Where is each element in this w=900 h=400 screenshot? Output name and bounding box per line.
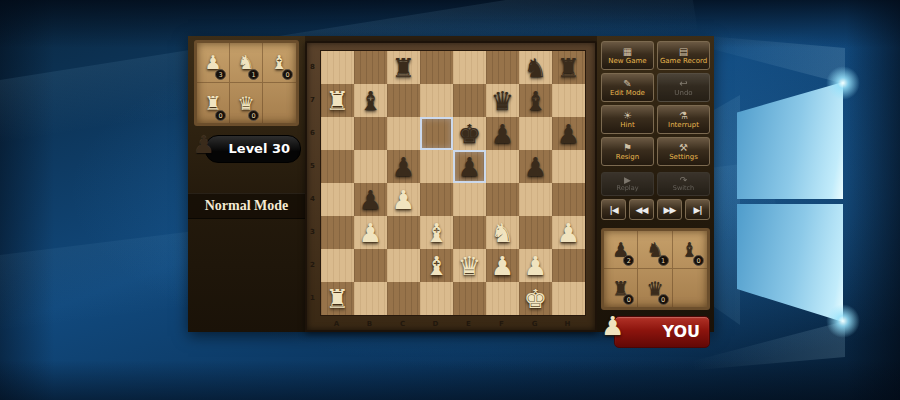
playback-button-row: |◀◀◀▶▶▶|: [601, 199, 710, 220]
square-b8[interactable]: [354, 51, 387, 84]
square-e1[interactable]: [453, 282, 486, 315]
black-pawn-icon: ♟: [193, 131, 215, 159]
white-queen-e2[interactable]: ♛: [458, 253, 481, 279]
hint-lamp-icon: ☀: [623, 111, 632, 121]
captured-black-pieces-tray: ♟2♞1♝0♜0♛0: [601, 228, 710, 310]
square-a8[interactable]: [321, 51, 354, 84]
step-forward-button[interactable]: ▶▶: [657, 199, 682, 220]
rank-labels: 87654321: [310, 50, 315, 314]
button-label: Undo: [674, 89, 692, 97]
replay-button: ▶Replay: [601, 172, 654, 196]
logo-corner-glow: [826, 304, 860, 338]
captured-rook-slot: ♜0: [197, 83, 230, 123]
black-bishop-b7[interactable]: ♝: [359, 88, 382, 114]
square-a1[interactable]: ♜: [321, 282, 354, 315]
settings-button[interactable]: ⚒Settings: [657, 137, 710, 166]
square-f3[interactable]: ♞: [486, 216, 519, 249]
square-g6[interactable]: [519, 117, 552, 150]
black-pawn-f6[interactable]: ♟: [491, 121, 514, 147]
square-f6[interactable]: ♟: [486, 117, 519, 150]
black-pawn-h6[interactable]: ♟: [557, 121, 580, 147]
file-label-h: H: [551, 320, 584, 328]
hint-button[interactable]: ☀Hint: [601, 105, 654, 134]
square-b5[interactable]: [354, 150, 387, 183]
rank-label-8: 8: [310, 50, 315, 83]
square-f7[interactable]: ♛: [486, 84, 519, 117]
button-label: Hint: [620, 121, 634, 129]
rank-label-7: 7: [310, 83, 315, 116]
square-d6[interactable]: [420, 117, 453, 150]
captured-knight-slot: ♞1: [230, 43, 263, 83]
white-pawn-icon: ♟: [601, 311, 624, 341]
square-a3[interactable]: [321, 216, 354, 249]
file-label-d: D: [419, 320, 452, 328]
square-e7[interactable]: [453, 84, 486, 117]
black-queen-f7[interactable]: ♛: [491, 88, 514, 114]
black-pawn-e5[interactable]: ♟: [458, 154, 481, 180]
square-d1[interactable]: [420, 282, 453, 315]
square-e2[interactable]: ♛: [453, 249, 486, 282]
black-pawn-b4[interactable]: ♟: [359, 187, 382, 213]
square-d7[interactable]: [420, 84, 453, 117]
button-label: Resign: [616, 153, 639, 161]
square-h2[interactable]: [552, 249, 585, 282]
square-f2[interactable]: ♟: [486, 249, 519, 282]
square-a7[interactable]: ♜: [321, 84, 354, 117]
mode-label: Normal Mode: [188, 193, 305, 219]
square-h3[interactable]: ♟: [552, 216, 585, 249]
captured-queen-slot: ♛0: [230, 83, 263, 123]
square-b3[interactable]: ♟: [354, 216, 387, 249]
square-c2[interactable]: [387, 249, 420, 282]
square-d8[interactable]: [420, 51, 453, 84]
square-d2[interactable]: ♝: [420, 249, 453, 282]
chess-app-window: ♟3♞1♝0♜0♛0 ♟ Level 30 Normal Mode 876543…: [188, 36, 714, 332]
rank-label-5: 5: [310, 149, 315, 182]
file-label-f: F: [485, 320, 518, 328]
square-h1[interactable]: [552, 282, 585, 315]
captured-count-badge: 0: [623, 294, 634, 305]
square-e5[interactable]: ♟: [453, 150, 486, 183]
edit-board-icon: ✎: [623, 79, 631, 89]
square-f8[interactable]: [486, 51, 519, 84]
settings-tools-icon: ⚒: [679, 143, 688, 153]
white-pawn-c4[interactable]: ♟: [392, 187, 415, 213]
edit-mode-button[interactable]: ✎Edit Mode: [601, 73, 654, 102]
captured-count-badge: 0: [693, 255, 704, 266]
file-label-b: B: [353, 320, 386, 328]
captured-bishop-slot: ♝0: [673, 231, 707, 269]
captured-count-badge: 0: [282, 69, 293, 80]
windows-logo-bottom-pane: [737, 204, 843, 322]
replay-button-row: ▶Replay↷Switch: [601, 172, 710, 196]
undo-button: ↩Undo: [657, 73, 710, 102]
player-badge: YOU: [614, 316, 710, 348]
square-d4[interactable]: [420, 183, 453, 216]
button-label: Replay: [617, 185, 639, 192]
interrupt-button[interactable]: ⚗Interrupt: [657, 105, 710, 134]
square-a5[interactable]: [321, 150, 354, 183]
level-badge: Level 30: [205, 135, 301, 163]
rank-label-4: 4: [310, 182, 315, 215]
button-label: Settings: [669, 153, 698, 161]
captured-queen-slot: ♛0: [638, 269, 672, 307]
captured-count-badge: 0: [658, 294, 669, 305]
square-c5[interactable]: ♟: [387, 150, 420, 183]
square-g5[interactable]: ♟: [519, 150, 552, 183]
square-b1[interactable]: [354, 282, 387, 315]
white-rook-a7[interactable]: ♜: [326, 88, 349, 114]
captured-count-badge: 1: [248, 69, 259, 80]
black-rook-h8[interactable]: ♜: [557, 55, 580, 81]
captured-bishop-slot: ♝0: [263, 43, 296, 83]
square-g2[interactable]: ♟: [519, 249, 552, 282]
captured-count-badge: 1: [658, 255, 669, 266]
square-d3[interactable]: ♝: [420, 216, 453, 249]
white-pawn-b3[interactable]: ♟: [359, 220, 382, 246]
square-e6[interactable]: ♚: [453, 117, 486, 150]
resign-button[interactable]: ⚑Resign: [601, 137, 654, 166]
file-labels: ABCDEFGH: [320, 320, 584, 328]
square-f1[interactable]: [486, 282, 519, 315]
square-c8[interactable]: ♜: [387, 51, 420, 84]
new-game-button[interactable]: ▦New Game: [601, 41, 654, 70]
square-c6[interactable]: [387, 117, 420, 150]
rank-label-2: 2: [310, 248, 315, 281]
game-record-sheet-icon: ▤: [679, 47, 688, 57]
player-row: ♟ YOU: [601, 316, 710, 346]
game-record-button[interactable]: ▤Game Record: [657, 41, 710, 70]
rank-label-1: 1: [310, 281, 315, 314]
white-bishop-d2[interactable]: ♝: [425, 253, 448, 279]
square-a4[interactable]: [321, 183, 354, 216]
white-pawn-h3[interactable]: ♟: [557, 220, 580, 246]
white-bishop-d3[interactable]: ♝: [425, 220, 448, 246]
black-king-e6[interactable]: ♚: [458, 121, 481, 147]
file-label-a: A: [320, 320, 353, 328]
black-bishop-g7[interactable]: ♝: [524, 88, 547, 114]
logo-corner-glow: [826, 66, 860, 100]
black-rook-c8[interactable]: ♜: [392, 55, 415, 81]
go-to-start-button[interactable]: |◀: [601, 199, 626, 220]
black-pawn-c5[interactable]: ♟: [392, 154, 415, 180]
white-pawn-f2[interactable]: ♟: [491, 253, 514, 279]
captured-count-badge: 0: [215, 110, 226, 121]
windows-logo-top-pane: [737, 82, 843, 199]
square-h6[interactable]: ♟: [552, 117, 585, 150]
captured-white-pieces-tray: ♟3♞1♝0♜0♛0: [194, 40, 299, 126]
captured-pawn-slot: ♟2: [604, 231, 638, 269]
square-c1[interactable]: [387, 282, 420, 315]
square-b7[interactable]: ♝: [354, 84, 387, 117]
square-e4[interactable]: [453, 183, 486, 216]
engine-level-row: ♟ Level 30: [192, 135, 301, 161]
rank-label-3: 3: [310, 215, 315, 248]
captured-count-badge: 2: [623, 255, 634, 266]
square-h7[interactable]: [552, 84, 585, 117]
undo-hand-icon: ↩: [679, 79, 687, 89]
square-b2[interactable]: [354, 249, 387, 282]
square-h5[interactable]: [552, 150, 585, 183]
black-knight-g8[interactable]: ♞: [524, 55, 547, 81]
file-label-g: G: [518, 320, 551, 328]
button-label: Edit Mode: [610, 89, 645, 97]
captured-count-badge: 0: [248, 110, 259, 121]
square-f4[interactable]: [486, 183, 519, 216]
interrupt-kettle-icon: ⚗: [679, 111, 688, 121]
file-label-e: E: [452, 320, 485, 328]
square-g4[interactable]: [519, 183, 552, 216]
button-label: New Game: [608, 57, 646, 65]
square-c3[interactable]: [387, 216, 420, 249]
square-g3[interactable]: [519, 216, 552, 249]
white-king-g1[interactable]: ♚: [524, 286, 547, 312]
square-g1[interactable]: ♚: [519, 282, 552, 315]
captured-pawn-slot: ♟3: [197, 43, 230, 83]
chess-board[interactable]: ♜♞♜♜♝♛♝♚♟♟♟♟♟♟♟♟♝♞♟♝♛♟♟♜♚: [320, 50, 586, 316]
menu-button-grid: ▦New Game▤Game Record✎Edit Mode↩Undo☀Hin…: [601, 41, 710, 166]
square-b6[interactable]: [354, 117, 387, 150]
square-e3[interactable]: [453, 216, 486, 249]
captured-rook-slot: ♜0: [604, 269, 638, 307]
square-f5[interactable]: [486, 150, 519, 183]
new-game-board-icon: ▦: [623, 47, 632, 57]
board-column: 87654321 ♜♞♜♜♝♛♝♚♟♟♟♟♟♟♟♟♝♞♟♝♛♟♟♜♚ ABCDE…: [305, 36, 597, 332]
square-c4[interactable]: ♟: [387, 183, 420, 216]
square-g8[interactable]: ♞: [519, 51, 552, 84]
right-panel: ▦New Game▤Game Record✎Edit Mode↩Undo☀Hin…: [597, 36, 714, 332]
captured-count-badge: 3: [215, 69, 226, 80]
captured-knight-slot: ♞1: [638, 231, 672, 269]
square-h8[interactable]: ♜: [552, 51, 585, 84]
white-knight-f3[interactable]: ♞: [491, 220, 514, 246]
square-b4[interactable]: ♟: [354, 183, 387, 216]
button-label: Game Record: [660, 57, 707, 65]
chess-board-frame: 87654321 ♜♞♜♜♝♛♝♚♟♟♟♟♟♟♟♟♝♞♟♝♛♟♟♜♚ ABCDE…: [305, 41, 597, 332]
white-rook-a1[interactable]: ♜: [326, 286, 349, 312]
rank-label-6: 6: [310, 116, 315, 149]
resign-flag-icon: ⚑: [623, 143, 632, 153]
white-pawn-g2[interactable]: ♟: [524, 253, 547, 279]
square-a2[interactable]: [321, 249, 354, 282]
file-label-c: C: [386, 320, 419, 328]
square-g7[interactable]: ♝: [519, 84, 552, 117]
button-label: Switch: [673, 185, 695, 192]
step-back-button[interactable]: ◀◀: [629, 199, 654, 220]
square-d5[interactable]: [420, 150, 453, 183]
square-a6[interactable]: [321, 117, 354, 150]
square-c7[interactable]: [387, 84, 420, 117]
go-to-end-button[interactable]: ▶|: [685, 199, 710, 220]
button-label: Interrupt: [668, 121, 699, 129]
square-e8[interactable]: [453, 51, 486, 84]
left-panel: ♟3♞1♝0♜0♛0 ♟ Level 30 Normal Mode: [188, 36, 305, 332]
black-pawn-g5[interactable]: ♟: [524, 154, 547, 180]
square-h4[interactable]: [552, 183, 585, 216]
switch-button: ↷Switch: [657, 172, 710, 196]
